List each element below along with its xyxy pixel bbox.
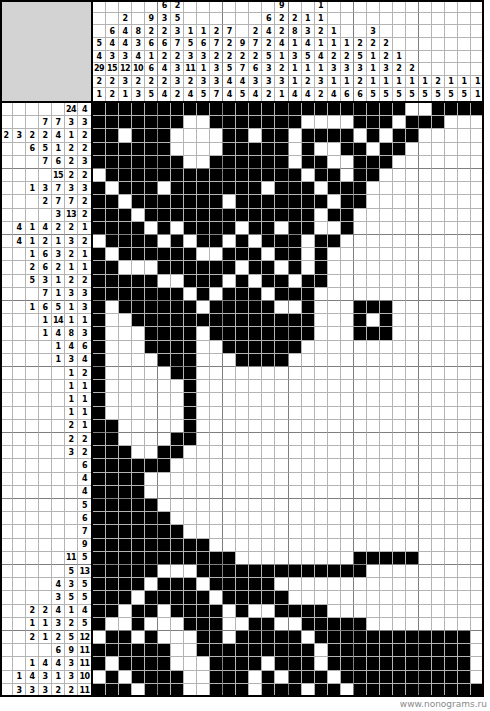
- empty-cell[interactable]: [419, 222, 432, 235]
- filled-cell[interactable]: [328, 103, 341, 116]
- filled-cell[interactable]: [249, 578, 262, 591]
- filled-cell[interactable]: [315, 618, 328, 631]
- empty-cell[interactable]: [223, 446, 236, 459]
- filled-cell[interactable]: [275, 591, 288, 604]
- empty-cell[interactable]: [184, 565, 197, 578]
- empty-cell[interactable]: [315, 459, 328, 472]
- empty-cell[interactable]: [184, 116, 197, 129]
- empty-cell[interactable]: [406, 618, 419, 631]
- filled-cell[interactable]: [210, 195, 223, 208]
- empty-cell[interactable]: [236, 222, 249, 235]
- empty-cell[interactable]: [445, 486, 458, 499]
- empty-cell[interactable]: [354, 222, 367, 235]
- filled-cell[interactable]: [275, 182, 288, 195]
- empty-cell[interactable]: [106, 301, 119, 314]
- empty-cell[interactable]: [315, 380, 328, 393]
- filled-cell[interactable]: [236, 288, 249, 301]
- filled-cell[interactable]: [93, 288, 106, 301]
- empty-cell[interactable]: [458, 407, 471, 420]
- empty-cell[interactable]: [458, 235, 471, 248]
- empty-cell[interactable]: [406, 565, 419, 578]
- empty-cell[interactable]: [380, 473, 393, 486]
- filled-cell[interactable]: [184, 552, 197, 565]
- filled-cell[interactable]: [223, 103, 236, 116]
- empty-cell[interactable]: [315, 116, 328, 129]
- filled-cell[interactable]: [341, 195, 354, 208]
- filled-cell[interactable]: [158, 657, 171, 670]
- filled-cell[interactable]: [289, 235, 302, 248]
- filled-cell[interactable]: [249, 618, 262, 631]
- empty-cell[interactable]: [249, 671, 262, 684]
- filled-cell[interactable]: [106, 644, 119, 657]
- filled-cell[interactable]: [289, 116, 302, 129]
- empty-cell[interactable]: [367, 499, 380, 512]
- empty-cell[interactable]: [458, 565, 471, 578]
- filled-cell[interactable]: [158, 525, 171, 538]
- filled-cell[interactable]: [106, 539, 119, 552]
- filled-cell[interactable]: [93, 552, 106, 565]
- empty-cell[interactable]: [458, 222, 471, 235]
- empty-cell[interactable]: [262, 499, 275, 512]
- empty-cell[interactable]: [445, 499, 458, 512]
- empty-cell[interactable]: [158, 486, 171, 499]
- filled-cell[interactable]: [145, 631, 158, 644]
- empty-cell[interactable]: [367, 525, 380, 538]
- filled-cell[interactable]: [275, 116, 288, 129]
- empty-cell[interactable]: [289, 525, 302, 538]
- empty-cell[interactable]: [393, 314, 406, 327]
- filled-cell[interactable]: [184, 314, 197, 327]
- empty-cell[interactable]: [432, 565, 445, 578]
- empty-cell[interactable]: [93, 631, 106, 644]
- filled-cell[interactable]: [302, 644, 315, 657]
- filled-cell[interactable]: [341, 644, 354, 657]
- filled-cell[interactable]: [171, 248, 184, 261]
- filled-cell[interactable]: [210, 182, 223, 195]
- empty-cell[interactable]: [132, 261, 145, 274]
- empty-cell[interactable]: [393, 116, 406, 129]
- filled-cell[interactable]: [158, 222, 171, 235]
- filled-cell[interactable]: [236, 341, 249, 354]
- filled-cell[interactable]: [354, 631, 367, 644]
- empty-cell[interactable]: [458, 143, 471, 156]
- filled-cell[interactable]: [106, 143, 119, 156]
- filled-cell[interactable]: [106, 578, 119, 591]
- empty-cell[interactable]: [328, 301, 341, 314]
- filled-cell[interactable]: [210, 235, 223, 248]
- filled-cell[interactable]: [119, 486, 132, 499]
- filled-cell[interactable]: [93, 354, 106, 367]
- empty-cell[interactable]: [236, 380, 249, 393]
- filled-cell[interactable]: [171, 182, 184, 195]
- empty-cell[interactable]: [432, 354, 445, 367]
- empty-cell[interactable]: [275, 433, 288, 446]
- filled-cell[interactable]: [236, 129, 249, 142]
- filled-cell[interactable]: [93, 644, 106, 657]
- empty-cell[interactable]: [419, 314, 432, 327]
- filled-cell[interactable]: [367, 327, 380, 340]
- empty-cell[interactable]: [406, 407, 419, 420]
- empty-cell[interactable]: [406, 235, 419, 248]
- filled-cell[interactable]: [132, 143, 145, 156]
- filled-cell[interactable]: [289, 169, 302, 182]
- filled-cell[interactable]: [184, 182, 197, 195]
- empty-cell[interactable]: [315, 433, 328, 446]
- filled-cell[interactable]: [367, 657, 380, 670]
- empty-cell[interactable]: [262, 420, 275, 433]
- empty-cell[interactable]: [184, 129, 197, 142]
- filled-cell[interactable]: [315, 605, 328, 618]
- empty-cell[interactable]: [419, 446, 432, 459]
- empty-cell[interactable]: [432, 605, 445, 618]
- filled-cell[interactable]: [106, 288, 119, 301]
- empty-cell[interactable]: [315, 407, 328, 420]
- filled-cell[interactable]: [302, 565, 315, 578]
- filled-cell[interactable]: [275, 605, 288, 618]
- empty-cell[interactable]: [393, 222, 406, 235]
- empty-cell[interactable]: [458, 552, 471, 565]
- empty-cell[interactable]: [354, 341, 367, 354]
- filled-cell[interactable]: [184, 327, 197, 340]
- empty-cell[interactable]: [223, 605, 236, 618]
- empty-cell[interactable]: [119, 367, 132, 380]
- empty-cell[interactable]: [249, 433, 262, 446]
- filled-cell[interactable]: [158, 103, 171, 116]
- empty-cell[interactable]: [315, 420, 328, 433]
- filled-cell[interactable]: [249, 354, 262, 367]
- empty-cell[interactable]: [145, 367, 158, 380]
- empty-cell[interactable]: [249, 446, 262, 459]
- filled-cell[interactable]: [158, 248, 171, 261]
- empty-cell[interactable]: [315, 209, 328, 222]
- filled-cell[interactable]: [119, 473, 132, 486]
- empty-cell[interactable]: [184, 156, 197, 169]
- filled-cell[interactable]: [275, 657, 288, 670]
- filled-cell[interactable]: [158, 116, 171, 129]
- filled-cell[interactable]: [289, 288, 302, 301]
- filled-cell[interactable]: [262, 578, 275, 591]
- filled-cell[interactable]: [223, 222, 236, 235]
- filled-cell[interactable]: [432, 671, 445, 684]
- empty-cell[interactable]: [132, 420, 145, 433]
- empty-cell[interactable]: [223, 539, 236, 552]
- filled-cell[interactable]: [236, 116, 249, 129]
- empty-cell[interactable]: [419, 539, 432, 552]
- filled-cell[interactable]: [93, 182, 106, 195]
- empty-cell[interactable]: [380, 486, 393, 499]
- filled-cell[interactable]: [184, 341, 197, 354]
- filled-cell[interactable]: [262, 235, 275, 248]
- empty-cell[interactable]: [289, 591, 302, 604]
- filled-cell[interactable]: [341, 222, 354, 235]
- empty-cell[interactable]: [393, 354, 406, 367]
- filled-cell[interactable]: [210, 578, 223, 591]
- filled-cell[interactable]: [341, 209, 354, 222]
- empty-cell[interactable]: [328, 459, 341, 472]
- filled-cell[interactable]: [210, 631, 223, 644]
- empty-cell[interactable]: [354, 261, 367, 274]
- filled-cell[interactable]: [341, 129, 354, 142]
- filled-cell[interactable]: [249, 222, 262, 235]
- filled-cell[interactable]: [354, 671, 367, 684]
- empty-cell[interactable]: [380, 499, 393, 512]
- empty-cell[interactable]: [275, 578, 288, 591]
- filled-cell[interactable]: [249, 288, 262, 301]
- empty-cell[interactable]: [354, 499, 367, 512]
- empty-cell[interactable]: [249, 275, 262, 288]
- empty-cell[interactable]: [406, 261, 419, 274]
- empty-cell[interactable]: [354, 512, 367, 525]
- empty-cell[interactable]: [119, 393, 132, 406]
- empty-cell[interactable]: [223, 631, 236, 644]
- empty-cell[interactable]: [458, 156, 471, 169]
- empty-cell[interactable]: [171, 420, 184, 433]
- empty-cell[interactable]: [354, 209, 367, 222]
- empty-cell[interactable]: [445, 129, 458, 142]
- empty-cell[interactable]: [432, 393, 445, 406]
- empty-cell[interactable]: [445, 261, 458, 274]
- empty-cell[interactable]: [367, 473, 380, 486]
- filled-cell[interactable]: [341, 182, 354, 195]
- filled-cell[interactable]: [302, 671, 315, 684]
- filled-cell[interactable]: [262, 143, 275, 156]
- empty-cell[interactable]: [419, 275, 432, 288]
- empty-cell[interactable]: [197, 380, 210, 393]
- empty-cell[interactable]: [458, 301, 471, 314]
- empty-cell[interactable]: [328, 552, 341, 565]
- empty-cell[interactable]: [432, 433, 445, 446]
- filled-cell[interactable]: [132, 525, 145, 538]
- empty-cell[interactable]: [393, 288, 406, 301]
- filled-cell[interactable]: [315, 129, 328, 142]
- filled-cell[interactable]: [419, 671, 432, 684]
- empty-cell[interactable]: [328, 314, 341, 327]
- empty-cell[interactable]: [262, 657, 275, 670]
- empty-cell[interactable]: [328, 393, 341, 406]
- empty-cell[interactable]: [315, 552, 328, 565]
- empty-cell[interactable]: [210, 446, 223, 459]
- filled-cell[interactable]: [93, 143, 106, 156]
- filled-cell[interactable]: [93, 473, 106, 486]
- empty-cell[interactable]: [171, 512, 184, 525]
- empty-cell[interactable]: [445, 354, 458, 367]
- empty-cell[interactable]: [315, 182, 328, 195]
- empty-cell[interactable]: [432, 288, 445, 301]
- filled-cell[interactable]: [119, 288, 132, 301]
- filled-cell[interactable]: [132, 605, 145, 618]
- empty-cell[interactable]: [380, 578, 393, 591]
- empty-cell[interactable]: [341, 116, 354, 129]
- empty-cell[interactable]: [289, 459, 302, 472]
- filled-cell[interactable]: [289, 182, 302, 195]
- filled-cell[interactable]: [171, 539, 184, 552]
- empty-cell[interactable]: [393, 539, 406, 552]
- empty-cell[interactable]: [210, 367, 223, 380]
- empty-cell[interactable]: [406, 103, 419, 116]
- empty-cell[interactable]: [458, 539, 471, 552]
- empty-cell[interactable]: [249, 459, 262, 472]
- empty-cell[interactable]: [289, 539, 302, 552]
- empty-cell[interactable]: [393, 169, 406, 182]
- empty-cell[interactable]: [171, 275, 184, 288]
- empty-cell[interactable]: [458, 116, 471, 129]
- filled-cell[interactable]: [145, 657, 158, 670]
- filled-cell[interactable]: [171, 552, 184, 565]
- filled-cell[interactable]: [289, 657, 302, 670]
- empty-cell[interactable]: [275, 367, 288, 380]
- filled-cell[interactable]: [197, 275, 210, 288]
- empty-cell[interactable]: [393, 578, 406, 591]
- empty-cell[interactable]: [145, 433, 158, 446]
- empty-cell[interactable]: [184, 459, 197, 472]
- empty-cell[interactable]: [302, 407, 315, 420]
- filled-cell[interactable]: [184, 301, 197, 314]
- filled-cell[interactable]: [158, 209, 171, 222]
- filled-cell[interactable]: [106, 195, 119, 208]
- filled-cell[interactable]: [93, 499, 106, 512]
- filled-cell[interactable]: [393, 644, 406, 657]
- empty-cell[interactable]: [445, 578, 458, 591]
- empty-cell[interactable]: [302, 578, 315, 591]
- empty-cell[interactable]: [367, 539, 380, 552]
- empty-cell[interactable]: [328, 248, 341, 261]
- empty-cell[interactable]: [458, 591, 471, 604]
- empty-cell[interactable]: [145, 486, 158, 499]
- filled-cell[interactable]: [302, 657, 315, 670]
- empty-cell[interactable]: [275, 380, 288, 393]
- empty-cell[interactable]: [223, 459, 236, 472]
- empty-cell[interactable]: [197, 393, 210, 406]
- empty-cell[interactable]: [223, 354, 236, 367]
- filled-cell[interactable]: [262, 103, 275, 116]
- filled-cell[interactable]: [393, 671, 406, 684]
- empty-cell[interactable]: [445, 327, 458, 340]
- empty-cell[interactable]: [367, 393, 380, 406]
- empty-cell[interactable]: [236, 261, 249, 274]
- filled-cell[interactable]: [380, 116, 393, 129]
- filled-cell[interactable]: [158, 578, 171, 591]
- empty-cell[interactable]: [419, 473, 432, 486]
- filled-cell[interactable]: [106, 525, 119, 538]
- empty-cell[interactable]: [262, 486, 275, 499]
- empty-cell[interactable]: [380, 512, 393, 525]
- filled-cell[interactable]: [93, 618, 106, 631]
- empty-cell[interactable]: [119, 195, 132, 208]
- filled-cell[interactable]: [119, 578, 132, 591]
- filled-cell[interactable]: [249, 156, 262, 169]
- empty-cell[interactable]: [236, 393, 249, 406]
- filled-cell[interactable]: [158, 671, 171, 684]
- empty-cell[interactable]: [445, 380, 458, 393]
- empty-cell[interactable]: [262, 539, 275, 552]
- filled-cell[interactable]: [315, 195, 328, 208]
- empty-cell[interactable]: [236, 473, 249, 486]
- empty-cell[interactable]: [341, 367, 354, 380]
- filled-cell[interactable]: [249, 248, 262, 261]
- filled-cell[interactable]: [132, 195, 145, 208]
- filled-cell[interactable]: [445, 644, 458, 657]
- empty-cell[interactable]: [132, 354, 145, 367]
- filled-cell[interactable]: [367, 103, 380, 116]
- filled-cell[interactable]: [184, 578, 197, 591]
- empty-cell[interactable]: [393, 393, 406, 406]
- empty-cell[interactable]: [236, 367, 249, 380]
- filled-cell[interactable]: [328, 169, 341, 182]
- filled-cell[interactable]: [119, 116, 132, 129]
- empty-cell[interactable]: [367, 248, 380, 261]
- empty-cell[interactable]: [249, 539, 262, 552]
- empty-cell[interactable]: [458, 446, 471, 459]
- filled-cell[interactable]: [184, 380, 197, 393]
- filled-cell[interactable]: [458, 644, 471, 657]
- filled-cell[interactable]: [119, 222, 132, 235]
- empty-cell[interactable]: [419, 248, 432, 261]
- filled-cell[interactable]: [158, 591, 171, 604]
- empty-cell[interactable]: [315, 341, 328, 354]
- filled-cell[interactable]: [197, 261, 210, 274]
- empty-cell[interactable]: [432, 407, 445, 420]
- empty-cell[interactable]: [315, 367, 328, 380]
- empty-cell[interactable]: [328, 605, 341, 618]
- filled-cell[interactable]: [132, 473, 145, 486]
- empty-cell[interactable]: [93, 235, 106, 248]
- empty-cell[interactable]: [445, 552, 458, 565]
- empty-cell[interactable]: [432, 459, 445, 472]
- empty-cell[interactable]: [367, 446, 380, 459]
- empty-cell[interactable]: [393, 301, 406, 314]
- filled-cell[interactable]: [93, 605, 106, 618]
- filled-cell[interactable]: [223, 143, 236, 156]
- empty-cell[interactable]: [406, 512, 419, 525]
- empty-cell[interactable]: [328, 143, 341, 156]
- empty-cell[interactable]: [223, 393, 236, 406]
- empty-cell[interactable]: [262, 288, 275, 301]
- empty-cell[interactable]: [445, 393, 458, 406]
- empty-cell[interactable]: [458, 314, 471, 327]
- filled-cell[interactable]: [145, 195, 158, 208]
- empty-cell[interactable]: [119, 129, 132, 142]
- empty-cell[interactable]: [406, 393, 419, 406]
- filled-cell[interactable]: [249, 169, 262, 182]
- filled-cell[interactable]: [197, 591, 210, 604]
- filled-cell[interactable]: [171, 195, 184, 208]
- filled-cell[interactable]: [236, 644, 249, 657]
- empty-cell[interactable]: [380, 354, 393, 367]
- filled-cell[interactable]: [249, 103, 262, 116]
- filled-cell[interactable]: [275, 156, 288, 169]
- empty-cell[interactable]: [145, 222, 158, 235]
- filled-cell[interactable]: [197, 195, 210, 208]
- empty-cell[interactable]: [262, 473, 275, 486]
- filled-cell[interactable]: [275, 129, 288, 142]
- empty-cell[interactable]: [302, 539, 315, 552]
- empty-cell[interactable]: [106, 341, 119, 354]
- filled-cell[interactable]: [184, 618, 197, 631]
- empty-cell[interactable]: [419, 143, 432, 156]
- filled-cell[interactable]: [184, 261, 197, 274]
- empty-cell[interactable]: [275, 473, 288, 486]
- filled-cell[interactable]: [145, 591, 158, 604]
- empty-cell[interactable]: [132, 209, 145, 222]
- empty-cell[interactable]: [119, 380, 132, 393]
- empty-cell[interactable]: [158, 618, 171, 631]
- empty-cell[interactable]: [158, 499, 171, 512]
- empty-cell[interactable]: [393, 182, 406, 195]
- empty-cell[interactable]: [354, 367, 367, 380]
- filled-cell[interactable]: [315, 671, 328, 684]
- filled-cell[interactable]: [93, 657, 106, 670]
- filled-cell[interactable]: [145, 459, 158, 472]
